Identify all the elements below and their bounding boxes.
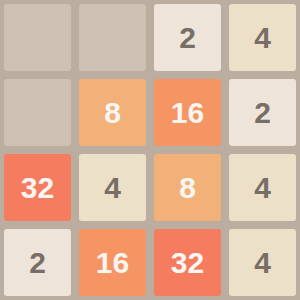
tile-2: 2 (229, 79, 296, 146)
tile-2: 2 (4, 229, 71, 296)
empty-cell (79, 4, 146, 71)
empty-cell (4, 79, 71, 146)
tile-4: 4 (229, 229, 296, 296)
tile-4: 4 (229, 154, 296, 221)
tile-32: 32 (4, 154, 71, 221)
tile-4: 4 (79, 154, 146, 221)
tile-8: 8 (154, 154, 221, 221)
tile-4: 4 (229, 4, 296, 71)
tile-32: 32 (154, 229, 221, 296)
tile-16: 16 (79, 229, 146, 296)
empty-cell (4, 4, 71, 71)
board-2048[interactable]: 24816232484216324 (0, 0, 300, 300)
tile-2: 2 (154, 4, 221, 71)
tile-8: 8 (79, 79, 146, 146)
tile-16: 16 (154, 79, 221, 146)
